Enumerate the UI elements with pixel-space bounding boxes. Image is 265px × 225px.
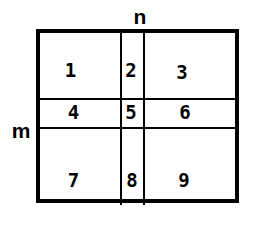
- region-number-3: 3: [176, 63, 187, 82]
- region-cell-1: 1: [40, 33, 121, 99]
- region-grid: 1 2 3 4 5 6 7 8 9: [40, 33, 235, 199]
- region-cell-3: 3: [143, 33, 235, 99]
- region-number-6: 6: [179, 103, 190, 122]
- region-number-7: 7: [68, 171, 79, 190]
- region-cell-7: 7: [40, 127, 121, 199]
- region-number-2: 2: [125, 61, 136, 80]
- region-number-1: 1: [65, 61, 76, 80]
- region-number-9: 9: [178, 171, 189, 190]
- top-axis-label-n: n: [130, 6, 150, 27]
- region-number-5: 5: [125, 103, 136, 122]
- region-cell-4: 4: [40, 99, 121, 127]
- region-cell-8: 8: [121, 127, 143, 199]
- region-number-4: 4: [68, 103, 79, 122]
- region-cell-5: 5: [121, 99, 143, 127]
- region-cell-9: 9: [143, 127, 235, 199]
- region-cell-6: 6: [143, 99, 235, 127]
- region-cell-2: 2: [121, 33, 143, 99]
- region-number-8: 8: [126, 171, 137, 190]
- left-axis-label-m: m: [11, 120, 31, 141]
- diagram-canvas: n m 1 2 3 4 5 6 7 8 9: [0, 0, 265, 225]
